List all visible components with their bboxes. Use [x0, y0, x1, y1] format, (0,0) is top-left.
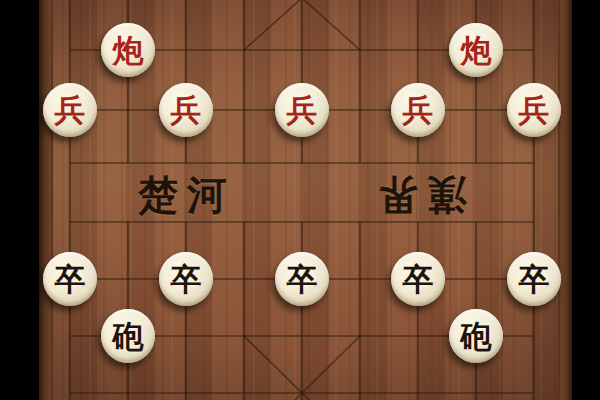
- piece-character: 卒: [171, 264, 202, 295]
- board-edge-right: [558, 0, 572, 400]
- river-label-han-jie: 漢界: [369, 167, 467, 222]
- piece-red-pawn-5[interactable]: 兵: [507, 83, 561, 137]
- river-label-chu-he: 楚河: [138, 168, 236, 223]
- piece-red-pawn-1[interactable]: 兵: [43, 83, 97, 137]
- piece-black-pawn-1[interactable]: 卒: [43, 252, 97, 306]
- piece-character: 炮: [113, 35, 144, 66]
- piece-red-cannon-right[interactable]: 炮: [449, 23, 503, 77]
- xiangqi-screenshot: 楚河 漢界 炮炮兵兵兵兵兵卒卒卒卒卒砲砲: [0, 0, 600, 400]
- piece-black-cannon-right[interactable]: 砲: [449, 309, 503, 363]
- piece-character: 卒: [55, 264, 86, 295]
- piece-character: 兵: [287, 95, 318, 126]
- piece-character: 兵: [403, 95, 434, 126]
- piece-character: 卒: [519, 264, 550, 295]
- piece-black-pawn-2[interactable]: 卒: [159, 252, 213, 306]
- piece-red-pawn-4[interactable]: 兵: [391, 83, 445, 137]
- piece-black-pawn-4[interactable]: 卒: [391, 252, 445, 306]
- piece-character: 砲: [113, 321, 144, 352]
- piece-red-pawn-2[interactable]: 兵: [159, 83, 213, 137]
- piece-black-pawn-5[interactable]: 卒: [507, 252, 561, 306]
- piece-character: 卒: [287, 264, 318, 295]
- piece-character: 炮: [461, 35, 492, 66]
- piece-character: 砲: [461, 321, 492, 352]
- piece-black-pawn-3[interactable]: 卒: [275, 252, 329, 306]
- piece-character: 兵: [519, 95, 550, 126]
- piece-red-cannon-left[interactable]: 炮: [101, 23, 155, 77]
- piece-character: 兵: [171, 95, 202, 126]
- board-edge-left: [39, 0, 53, 400]
- piece-character: 卒: [403, 264, 434, 295]
- piece-character: 兵: [55, 95, 86, 126]
- piece-red-pawn-3[interactable]: 兵: [275, 83, 329, 137]
- piece-black-cannon-left[interactable]: 砲: [101, 309, 155, 363]
